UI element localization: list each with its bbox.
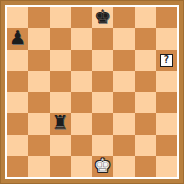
square-a6[interactable] <box>7 50 28 71</box>
square-c3[interactable]: ♜ <box>50 113 71 134</box>
square-c2[interactable] <box>50 135 71 156</box>
square-f6[interactable] <box>113 50 134 71</box>
square-f4[interactable] <box>113 92 134 113</box>
square-g7[interactable] <box>135 28 156 49</box>
square-a7[interactable]: ♟ <box>7 28 28 49</box>
square-c4[interactable] <box>50 92 71 113</box>
square-d5[interactable] <box>71 71 92 92</box>
square-e4[interactable] <box>92 92 113 113</box>
square-d3[interactable] <box>71 113 92 134</box>
square-e8[interactable]: ♚ <box>92 7 113 28</box>
unknown-piece-marker[interactable]: ? <box>160 54 173 67</box>
square-a1[interactable] <box>7 156 28 177</box>
square-b2[interactable] <box>28 135 49 156</box>
square-b3[interactable] <box>28 113 49 134</box>
square-b7[interactable] <box>28 28 49 49</box>
square-g6[interactable] <box>135 50 156 71</box>
black-king-piece[interactable]: ♚ <box>94 7 111 26</box>
square-e6[interactable] <box>92 50 113 71</box>
square-h8[interactable] <box>156 7 177 28</box>
square-c1[interactable] <box>50 156 71 177</box>
square-c8[interactable] <box>50 7 71 28</box>
square-d6[interactable] <box>71 50 92 71</box>
square-e1[interactable]: ♚ <box>92 156 113 177</box>
square-h2[interactable] <box>156 135 177 156</box>
square-h1[interactable] <box>156 156 177 177</box>
square-f2[interactable] <box>113 135 134 156</box>
square-h3[interactable] <box>156 113 177 134</box>
square-h4[interactable] <box>156 92 177 113</box>
square-d7[interactable] <box>71 28 92 49</box>
square-d2[interactable] <box>71 135 92 156</box>
square-b6[interactable] <box>28 50 49 71</box>
square-h5[interactable] <box>156 71 177 92</box>
square-f8[interactable] <box>113 7 134 28</box>
chess-diagram: ♚♟?♜♚ <box>0 0 184 184</box>
square-c5[interactable] <box>50 71 71 92</box>
square-e5[interactable] <box>92 71 113 92</box>
square-g3[interactable] <box>135 113 156 134</box>
square-e3[interactable] <box>92 113 113 134</box>
square-e2[interactable] <box>92 135 113 156</box>
square-b4[interactable] <box>28 92 49 113</box>
square-c6[interactable] <box>50 50 71 71</box>
square-d4[interactable] <box>71 92 92 113</box>
white-king-piece[interactable]: ♚ <box>94 156 111 175</box>
square-g4[interactable] <box>135 92 156 113</box>
square-d1[interactable] <box>71 156 92 177</box>
square-f3[interactable] <box>113 113 134 134</box>
square-b1[interactable] <box>28 156 49 177</box>
square-h7[interactable] <box>156 28 177 49</box>
square-g5[interactable] <box>135 71 156 92</box>
square-a3[interactable] <box>7 113 28 134</box>
square-a8[interactable] <box>7 7 28 28</box>
square-f1[interactable] <box>113 156 134 177</box>
square-g8[interactable] <box>135 7 156 28</box>
square-h6[interactable]: ? <box>156 50 177 71</box>
square-f7[interactable] <box>113 28 134 49</box>
square-a5[interactable] <box>7 71 28 92</box>
square-g2[interactable] <box>135 135 156 156</box>
square-d8[interactable] <box>71 7 92 28</box>
square-a4[interactable] <box>7 92 28 113</box>
square-b5[interactable] <box>28 71 49 92</box>
square-a2[interactable] <box>7 135 28 156</box>
square-f5[interactable] <box>113 71 134 92</box>
board-inner-frame: ♚♟?♜♚ <box>5 5 179 179</box>
black-pawn-piece[interactable]: ♟ <box>9 28 26 47</box>
square-g1[interactable] <box>135 156 156 177</box>
square-e7[interactable] <box>92 28 113 49</box>
chess-board: ♚♟?♜♚ <box>7 7 177 177</box>
square-c7[interactable] <box>50 28 71 49</box>
black-rook-piece[interactable]: ♜ <box>52 113 69 132</box>
square-b8[interactable] <box>28 7 49 28</box>
